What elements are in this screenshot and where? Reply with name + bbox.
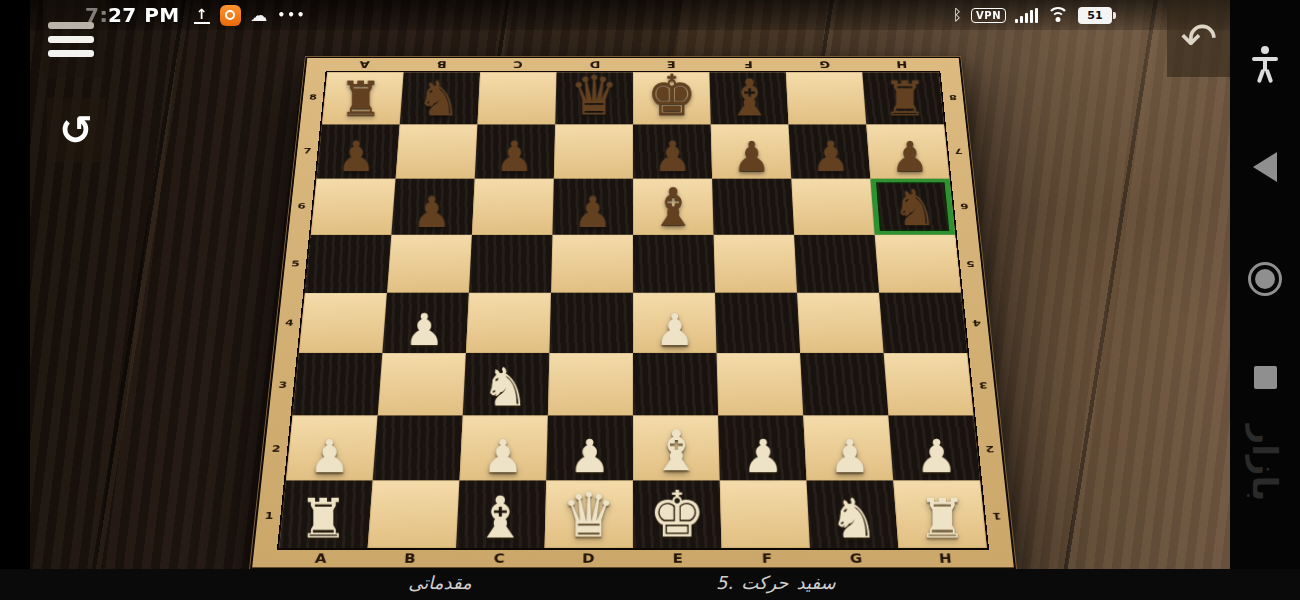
square-d7[interactable] (554, 125, 633, 179)
square-g4[interactable] (797, 293, 884, 353)
square-h8[interactable]: ♜ (862, 72, 944, 124)
white-knight-c3[interactable]: ♞ (463, 362, 548, 415)
black-bishop-e6[interactable]: ♝ (633, 181, 714, 233)
square-g8[interactable] (786, 72, 866, 124)
square-b3[interactable] (378, 353, 466, 416)
undo-move-button[interactable]: ↶ (1167, 0, 1231, 77)
square-f6[interactable] (712, 179, 794, 235)
square-g1[interactable]: ♞ (807, 480, 899, 547)
coordinate-label (989, 550, 1014, 568)
square-b8[interactable]: ♞ (400, 72, 480, 124)
board-grid: ♜♞♛♚♝♜♟♟♟♟♟♟♟♟♝♞♟♟♞♟♟♟♝♟♟♟♜♝♛♚♞♜ (277, 71, 989, 549)
square-e5[interactable] (633, 235, 715, 293)
menu-button[interactable] (43, 0, 105, 78)
white-rook-a1[interactable]: ♜ (279, 492, 367, 547)
battery-icon: 51 (1078, 7, 1112, 24)
square-d1[interactable]: ♛ (545, 480, 633, 547)
black-knight-h6[interactable]: ♞ (875, 184, 956, 234)
black-bishop-f8[interactable]: ♝ (711, 73, 789, 124)
coordinate-label: 6 (951, 178, 978, 234)
black-king-e8[interactable]: ♚ (633, 67, 711, 123)
white-pawn-e4[interactable]: ♟ (633, 308, 717, 352)
recents-button-icon[interactable] (1254, 366, 1277, 389)
square-e6[interactable]: ♝ (633, 179, 714, 235)
left-letterbox-bar (0, 0, 30, 600)
wifi-icon (1047, 7, 1069, 23)
square-f3[interactable] (717, 353, 804, 416)
square-c3[interactable]: ♞ (463, 353, 550, 416)
bazaar-watermark: بازار (1245, 425, 1285, 501)
black-queen-d8[interactable]: ♛ (555, 69, 633, 123)
status-bar: 7:27 PM ↑ ☁ ••• ᛒ VPN 51 (30, 0, 1230, 30)
coordinate-label (939, 58, 960, 71)
coordinate-label: C (454, 550, 544, 568)
square-d3[interactable] (548, 353, 633, 416)
square-c1[interactable]: ♝ (456, 480, 546, 547)
square-d2[interactable]: ♟ (546, 416, 633, 481)
coordinate-label: A (275, 550, 366, 568)
white-pawn-h2[interactable]: ♟ (893, 433, 980, 479)
screen: ABCDEFGH 87654321 ♜♞♛♚♝♜♟♟♟♟♟♟♟♟♝♞♟♟♞♟♟♟… (0, 0, 1300, 600)
square-c2[interactable]: ♟ (459, 416, 547, 481)
black-pawn-f7[interactable]: ♟ (712, 136, 791, 178)
square-h2[interactable]: ♟ (888, 416, 980, 481)
white-knight-g1[interactable]: ♞ (810, 492, 898, 547)
black-pawn-e7[interactable]: ♟ (633, 136, 712, 178)
square-b6[interactable]: ♟ (391, 179, 474, 235)
square-b5[interactable] (387, 235, 472, 293)
white-pawn-b4[interactable]: ♟ (382, 308, 466, 352)
board-frame: ABCDEFGH 87654321 ♜♞♛♚♝♜♟♟♟♟♟♟♟♟♝♞♟♟♞♟♟♟… (250, 57, 1016, 569)
square-h5[interactable] (875, 235, 961, 293)
square-b1[interactable] (368, 480, 460, 547)
coordinate-label: E (633, 550, 722, 568)
black-pawn-d6[interactable]: ♟ (552, 191, 633, 234)
square-f7[interactable]: ♟ (711, 125, 791, 179)
white-rook-h1[interactable]: ♜ (898, 492, 986, 547)
coordinate-label (252, 550, 277, 568)
vpn-badge: VPN (971, 8, 1006, 23)
square-a1[interactable]: ♜ (279, 480, 373, 547)
black-pawn-g7[interactable]: ♟ (791, 136, 870, 178)
square-f2[interactable]: ♟ (718, 416, 806, 481)
black-pawn-h7[interactable]: ♟ (870, 136, 949, 178)
upload-icon: ↑ (194, 7, 210, 24)
square-g6[interactable] (791, 179, 874, 235)
coordinate-label: B (365, 550, 455, 568)
coordinate-label: 5 (957, 234, 984, 292)
coordinate-label: G (811, 550, 901, 568)
coordinate-label: A (326, 58, 404, 71)
square-b4[interactable]: ♟ (382, 293, 469, 353)
square-e4[interactable]: ♟ (633, 293, 717, 353)
more-notifications-icon: ••• (278, 8, 307, 22)
black-rook-h8[interactable]: ♜ (866, 75, 944, 123)
square-d6[interactable]: ♟ (552, 179, 633, 235)
black-pawn-a7[interactable]: ♟ (317, 136, 396, 178)
white-pawn-a2[interactable]: ♟ (286, 433, 373, 479)
android-navigation-bar: بازار (1230, 0, 1300, 600)
square-b2[interactable] (373, 416, 463, 481)
square-e2[interactable]: ♝ (633, 416, 720, 481)
black-pawn-c7[interactable]: ♟ (475, 136, 554, 178)
square-c8[interactable] (477, 72, 556, 124)
coordinate-label: H (900, 550, 991, 568)
square-h7[interactable]: ♟ (866, 125, 949, 179)
coordinate-label: 7 (946, 124, 972, 178)
square-a2[interactable]: ♟ (286, 416, 378, 481)
square-a7[interactable]: ♟ (316, 125, 399, 179)
difficulty-level-label: مقدماتی (360, 572, 520, 593)
square-g7[interactable]: ♟ (789, 125, 871, 179)
accessibility-icon[interactable] (1251, 46, 1279, 86)
square-g2[interactable]: ♟ (803, 416, 893, 481)
square-g5[interactable] (794, 235, 879, 293)
weather-cloud-icon: ☁ (251, 5, 268, 25)
file-labels-bottom: ABCDEFGH (252, 550, 1014, 568)
coordinate-label: D (544, 550, 633, 568)
white-pawn-c2[interactable]: ♟ (460, 433, 547, 479)
white-queen-d1[interactable]: ♛ (545, 485, 633, 547)
home-button-icon[interactable] (1248, 262, 1282, 296)
cell-signal-icon (1015, 8, 1038, 23)
square-a5[interactable] (305, 235, 391, 293)
square-a4[interactable] (299, 293, 387, 353)
white-bishop-e2[interactable]: ♝ (633, 422, 720, 479)
app-notification-icon (220, 5, 241, 26)
move-word-2: سفید (797, 572, 836, 593)
coordinate-label: G (786, 58, 864, 71)
white-king-e1[interactable]: ♚ (633, 483, 721, 547)
square-c6[interactable] (472, 179, 554, 235)
black-rook-a8[interactable]: ♜ (322, 75, 400, 123)
square-h4[interactable] (879, 293, 967, 353)
board-scene: ABCDEFGH 87654321 ♜♞♛♚♝♜♟♟♟♟♟♟♟♟♝♞♟♟♞♟♟♟… (250, 0, 1016, 572)
square-c7[interactable]: ♟ (475, 125, 555, 179)
square-c5[interactable] (469, 235, 552, 293)
move-number: 5. (716, 572, 733, 593)
coordinate-label: B (402, 58, 480, 71)
square-f8[interactable]: ♝ (709, 72, 788, 124)
black-pawn-b6[interactable]: ♟ (391, 191, 472, 234)
black-knight-b8[interactable]: ♞ (400, 75, 478, 123)
square-f4[interactable] (715, 293, 800, 353)
square-b7[interactable] (396, 125, 478, 179)
white-pawn-d2[interactable]: ♟ (546, 433, 633, 479)
chess-board: ABCDEFGH 87654321 ♜♞♛♚♝♜♟♟♟♟♟♟♟♟♝♞♟♟♞♟♟♟… (250, 57, 1016, 569)
move-word-1: حرکت (741, 572, 788, 593)
square-c4[interactable] (466, 293, 551, 353)
white-pawn-f2[interactable]: ♟ (720, 433, 807, 479)
square-e8[interactable]: ♚ (633, 72, 711, 124)
restart-game-button[interactable]: ↺ (47, 98, 105, 162)
square-e7[interactable]: ♟ (633, 125, 712, 179)
square-h3[interactable] (884, 353, 974, 416)
white-pawn-g2[interactable]: ♟ (806, 433, 893, 479)
square-d4[interactable] (549, 293, 633, 353)
coordinate-label (306, 58, 327, 71)
bluetooth-icon: ᛒ (953, 6, 962, 24)
square-a8[interactable]: ♜ (322, 72, 404, 124)
back-button-icon[interactable] (1253, 152, 1277, 182)
square-d5[interactable] (551, 235, 633, 293)
square-e1[interactable]: ♚ (633, 480, 721, 547)
square-h6[interactable]: ♞ (870, 179, 955, 235)
square-e3[interactable] (633, 353, 718, 416)
bottom-info-bar: مقدماتی 5. حرکت سفید (0, 569, 1300, 600)
coordinate-label: C (479, 58, 556, 71)
square-a3[interactable] (293, 353, 383, 416)
white-bishop-c1[interactable]: ♝ (456, 489, 544, 547)
square-h1[interactable]: ♜ (893, 480, 987, 547)
coordinate-label: F (722, 550, 812, 568)
square-g3[interactable] (800, 353, 888, 416)
square-f5[interactable] (714, 235, 797, 293)
coordinate-label: H (863, 58, 941, 71)
square-a6[interactable] (311, 179, 396, 235)
square-f1[interactable] (720, 480, 810, 547)
move-indicator-label: 5. حرکت سفید (716, 572, 906, 593)
coordinate-label: 8 (940, 71, 965, 124)
square-d8[interactable]: ♛ (555, 72, 633, 124)
